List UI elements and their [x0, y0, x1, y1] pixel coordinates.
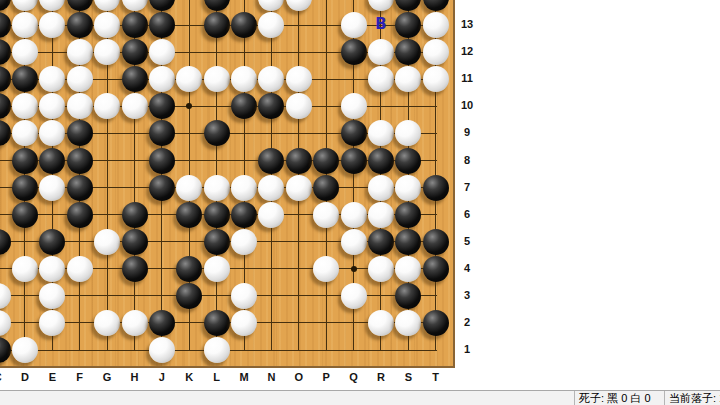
- black-stone-C12[interactable]: [0, 39, 11, 65]
- black-stone-J10[interactable]: [149, 93, 175, 119]
- black-stone-E5[interactable]: [39, 229, 65, 255]
- black-stone-C1[interactable]: [0, 337, 11, 363]
- white-stone-D4[interactable]: [12, 256, 38, 282]
- black-stone-J9[interactable]: [149, 120, 175, 146]
- white-stone-R2[interactable]: [368, 310, 394, 336]
- white-stone-H14[interactable]: [122, 0, 148, 11]
- black-stone-L5[interactable]: [204, 229, 230, 255]
- white-stone-M11[interactable]: [231, 66, 257, 92]
- white-stone-K7[interactable]: [176, 175, 202, 201]
- white-stone-R14[interactable]: [368, 0, 394, 11]
- black-stone-Q12[interactable]: [341, 39, 367, 65]
- star-point: [351, 266, 357, 272]
- row-label-11: 11: [455, 72, 479, 84]
- black-stone-C13[interactable]: [0, 12, 11, 38]
- black-stone-F13[interactable]: [67, 12, 93, 38]
- black-stone-D6[interactable]: [12, 202, 38, 228]
- black-stone-K4[interactable]: [176, 256, 202, 282]
- row-label-2: 2: [455, 316, 479, 328]
- white-stone-L11[interactable]: [204, 66, 230, 92]
- white-stone-P4[interactable]: [313, 256, 339, 282]
- white-stone-N13[interactable]: [258, 12, 284, 38]
- column-label-H: H: [125, 371, 145, 383]
- black-stone-L14[interactable]: [204, 0, 230, 11]
- white-stone-O11[interactable]: [286, 66, 312, 92]
- black-stone-D11[interactable]: [12, 66, 38, 92]
- status-current-move: 当前落子: 1 (: [665, 391, 720, 405]
- column-label-G: G: [97, 371, 117, 383]
- black-stone-J2[interactable]: [149, 310, 175, 336]
- white-stone-J12[interactable]: [149, 39, 175, 65]
- white-stone-O7[interactable]: [286, 175, 312, 201]
- black-stone-C11[interactable]: [0, 66, 11, 92]
- white-stone-E3[interactable]: [39, 283, 65, 309]
- white-stone-E2[interactable]: [39, 310, 65, 336]
- black-stone-H4[interactable]: [122, 256, 148, 282]
- white-stone-S9[interactable]: [395, 120, 421, 146]
- black-stone-R5[interactable]: [368, 229, 394, 255]
- white-stone-Q10[interactable]: [341, 93, 367, 119]
- black-stone-P7[interactable]: [313, 175, 339, 201]
- white-stone-R11[interactable]: [368, 66, 394, 92]
- black-stone-T4[interactable]: [423, 256, 449, 282]
- white-stone-D1[interactable]: [12, 337, 38, 363]
- white-stone-N14[interactable]: [258, 0, 284, 11]
- row-label-4: 4: [455, 262, 479, 274]
- point-marker-B: B: [375, 15, 386, 33]
- column-label-M: M: [234, 371, 254, 383]
- black-stone-L6[interactable]: [204, 202, 230, 228]
- column-label-R: R: [371, 371, 391, 383]
- white-stone-K11[interactable]: [176, 66, 202, 92]
- black-stone-L13[interactable]: [204, 12, 230, 38]
- black-stone-S6[interactable]: [395, 202, 421, 228]
- white-stone-R6[interactable]: [368, 202, 394, 228]
- black-stone-M10[interactable]: [231, 93, 257, 119]
- white-stone-E13[interactable]: [39, 12, 65, 38]
- column-label-S: S: [398, 371, 418, 383]
- grid-line-horizontal: [0, 106, 437, 107]
- column-label-F: F: [70, 371, 90, 383]
- white-stone-Q13[interactable]: [341, 12, 367, 38]
- black-stone-D8[interactable]: [12, 148, 38, 174]
- row-label-7: 7: [455, 181, 479, 193]
- go-app-window: B CDEFGHJKLMNOPQRST 13121110987654321 死子…: [0, 0, 720, 405]
- white-stone-J11[interactable]: [149, 66, 175, 92]
- white-stone-S2[interactable]: [395, 310, 421, 336]
- black-stone-K3[interactable]: [176, 283, 202, 309]
- black-stone-L2[interactable]: [204, 310, 230, 336]
- white-stone-N6[interactable]: [258, 202, 284, 228]
- black-stone-Q8[interactable]: [341, 148, 367, 174]
- white-stone-Q5[interactable]: [341, 229, 367, 255]
- column-label-E: E: [42, 371, 62, 383]
- black-stone-S13[interactable]: [395, 12, 421, 38]
- black-stone-S8[interactable]: [395, 148, 421, 174]
- white-stone-E4[interactable]: [39, 256, 65, 282]
- column-label-P: P: [316, 371, 336, 383]
- column-label-C: C: [0, 371, 8, 383]
- black-stone-C14[interactable]: [0, 0, 11, 11]
- column-label-D: D: [15, 371, 35, 383]
- white-stone-G12[interactable]: [94, 39, 120, 65]
- black-stone-H6[interactable]: [122, 202, 148, 228]
- white-stone-R9[interactable]: [368, 120, 394, 146]
- black-stone-C9[interactable]: [0, 120, 11, 146]
- white-stone-D12[interactable]: [12, 39, 38, 65]
- white-stone-D9[interactable]: [12, 120, 38, 146]
- white-stone-G2[interactable]: [94, 310, 120, 336]
- white-stone-J1[interactable]: [149, 337, 175, 363]
- column-label-O: O: [289, 371, 309, 383]
- column-label-L: L: [207, 371, 227, 383]
- white-stone-E10[interactable]: [39, 93, 65, 119]
- row-label-9: 9: [455, 126, 479, 138]
- row-label-8: 8: [455, 154, 479, 166]
- column-label-N: N: [261, 371, 281, 383]
- white-stone-G14[interactable]: [94, 0, 120, 11]
- black-stone-M6[interactable]: [231, 202, 257, 228]
- white-stone-M2[interactable]: [231, 310, 257, 336]
- column-label-K: K: [179, 371, 199, 383]
- black-stone-J8[interactable]: [149, 148, 175, 174]
- white-stone-R4[interactable]: [368, 256, 394, 282]
- black-stone-K6[interactable]: [176, 202, 202, 228]
- row-label-5: 5: [455, 235, 479, 247]
- white-stone-S11[interactable]: [395, 66, 421, 92]
- row-label-6: 6: [455, 208, 479, 220]
- white-stone-T13[interactable]: [423, 12, 449, 38]
- black-stone-N8[interactable]: [258, 148, 284, 174]
- white-stone-G5[interactable]: [94, 229, 120, 255]
- black-stone-F6[interactable]: [67, 202, 93, 228]
- white-stone-H10[interactable]: [122, 93, 148, 119]
- white-stone-F4[interactable]: [67, 256, 93, 282]
- black-stone-S5[interactable]: [395, 229, 421, 255]
- black-stone-N10[interactable]: [258, 93, 284, 119]
- black-stone-J13[interactable]: [149, 12, 175, 38]
- black-stone-Q9[interactable]: [341, 120, 367, 146]
- black-stone-F7[interactable]: [67, 175, 93, 201]
- black-stone-F14[interactable]: [67, 0, 93, 11]
- white-stone-F10[interactable]: [67, 93, 93, 119]
- black-stone-C5[interactable]: [0, 229, 11, 255]
- white-stone-R12[interactable]: [368, 39, 394, 65]
- grid-line-horizontal: [0, 295, 437, 296]
- white-stone-T12[interactable]: [423, 39, 449, 65]
- black-stone-T7[interactable]: [423, 175, 449, 201]
- black-stone-T2[interactable]: [423, 310, 449, 336]
- white-stone-L1[interactable]: [204, 337, 230, 363]
- status-bar: 死子: 黑 0 白 0 当前落子: 1 (: [0, 390, 720, 405]
- white-stone-D14[interactable]: [12, 0, 38, 11]
- white-stone-F12[interactable]: [67, 39, 93, 65]
- white-stone-M7[interactable]: [231, 175, 257, 201]
- row-label-1: 1: [455, 343, 479, 355]
- go-board[interactable]: B: [0, 0, 455, 368]
- black-stone-H11[interactable]: [122, 66, 148, 92]
- black-stone-H5[interactable]: [122, 229, 148, 255]
- column-label-Q: Q: [344, 371, 364, 383]
- white-stone-E9[interactable]: [39, 120, 65, 146]
- black-stone-J7[interactable]: [149, 175, 175, 201]
- row-label-13: 13: [455, 18, 479, 30]
- black-stone-T5[interactable]: [423, 229, 449, 255]
- black-stone-D7[interactable]: [12, 175, 38, 201]
- star-point: [186, 103, 192, 109]
- white-stone-M3[interactable]: [231, 283, 257, 309]
- white-stone-E11[interactable]: [39, 66, 65, 92]
- row-label-3: 3: [455, 289, 479, 301]
- status-dead-stones: 死子: 黑 0 白 0: [575, 391, 665, 405]
- black-stone-H12[interactable]: [122, 39, 148, 65]
- black-stone-M13[interactable]: [231, 12, 257, 38]
- black-stone-S14[interactable]: [395, 0, 421, 11]
- row-label-10: 10: [455, 99, 479, 111]
- black-stone-P8[interactable]: [313, 148, 339, 174]
- column-label-T: T: [426, 371, 446, 383]
- white-stone-P6[interactable]: [313, 202, 339, 228]
- white-stone-D10[interactable]: [12, 93, 38, 119]
- white-stone-G10[interactable]: [94, 93, 120, 119]
- white-stone-N7[interactable]: [258, 175, 284, 201]
- black-stone-O8[interactable]: [286, 148, 312, 174]
- black-stone-H13[interactable]: [122, 12, 148, 38]
- black-stone-F8[interactable]: [67, 148, 93, 174]
- black-stone-C10[interactable]: [0, 93, 11, 119]
- white-stone-Q3[interactable]: [341, 283, 367, 309]
- black-stone-S3[interactable]: [395, 283, 421, 309]
- white-stone-O14[interactable]: [286, 0, 312, 11]
- status-field-empty: [0, 391, 575, 405]
- white-stone-S4[interactable]: [395, 256, 421, 282]
- white-stone-D13[interactable]: [12, 12, 38, 38]
- white-stone-Q6[interactable]: [341, 202, 367, 228]
- white-stone-R7[interactable]: [368, 175, 394, 201]
- white-stone-E14[interactable]: [39, 0, 65, 11]
- white-stone-M5[interactable]: [231, 229, 257, 255]
- white-stone-H2[interactable]: [122, 310, 148, 336]
- white-stone-S7[interactable]: [395, 175, 421, 201]
- white-stone-O10[interactable]: [286, 93, 312, 119]
- black-stone-J14[interactable]: [149, 0, 175, 11]
- white-stone-F11[interactable]: [67, 66, 93, 92]
- row-label-12: 12: [455, 45, 479, 57]
- column-label-J: J: [152, 371, 172, 383]
- black-stone-S12[interactable]: [395, 39, 421, 65]
- white-stone-G13[interactable]: [94, 12, 120, 38]
- black-stone-E8[interactable]: [39, 148, 65, 174]
- white-stone-L7[interactable]: [204, 175, 230, 201]
- black-stone-T14[interactable]: [423, 0, 449, 11]
- white-stone-N11[interactable]: [258, 66, 284, 92]
- black-stone-R8[interactable]: [368, 148, 394, 174]
- white-stone-C2[interactable]: [0, 310, 11, 336]
- black-stone-L9[interactable]: [204, 120, 230, 146]
- white-stone-L4[interactable]: [204, 256, 230, 282]
- black-stone-F9[interactable]: [67, 120, 93, 146]
- white-stone-E7[interactable]: [39, 175, 65, 201]
- white-stone-C3[interactable]: [0, 283, 11, 309]
- white-stone-T11[interactable]: [423, 66, 449, 92]
